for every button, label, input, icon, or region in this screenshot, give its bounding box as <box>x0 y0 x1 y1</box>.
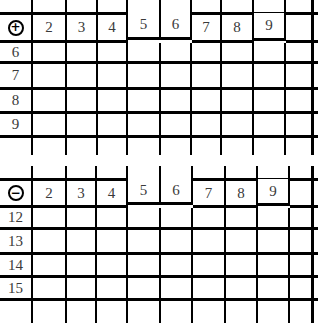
grid-cell-empty <box>128 301 161 323</box>
subtraction-col-header-2: 2 <box>33 181 67 208</box>
addition-answer-cell-9-2[interactable] <box>33 114 67 138</box>
addition-answer-cell-7-5[interactable] <box>128 64 161 90</box>
grid-cell-empty <box>286 138 314 155</box>
grid-cell-empty <box>193 166 226 181</box>
grid-cell-empty <box>67 166 97 181</box>
grid-cell-empty <box>222 138 254 155</box>
addition-answer-cell-7-4[interactable] <box>98 64 128 90</box>
addition-col-header-3: 3 <box>67 15 98 43</box>
addition-col-header-4: 4 <box>98 15 128 43</box>
addition-answer-cell-6-9[interactable] <box>254 43 286 64</box>
grid-cell-empty <box>161 301 193 323</box>
subtraction-col-header-9: 9 <box>258 179 290 206</box>
grid-cell-empty <box>226 301 258 323</box>
subtraction-answer-cell-15-7[interactable] <box>193 278 226 301</box>
grid-cell-empty <box>0 138 33 155</box>
grid-cell-empty <box>314 90 318 114</box>
grid-cell-empty <box>33 0 67 15</box>
subtraction-answer-cell-12-7[interactable] <box>193 208 226 230</box>
subtraction-col-header-7: 7 <box>193 181 226 208</box>
subtraction-answer-cell-12-4[interactable] <box>97 208 128 230</box>
subtraction-answer-cell-12-8[interactable] <box>226 208 258 230</box>
grid-cell-empty <box>286 43 314 64</box>
addition-answer-cell-6-4[interactable] <box>98 43 128 64</box>
grid-cell-empty <box>290 166 314 181</box>
grid-cell-empty <box>97 301 128 323</box>
grid-cell-empty <box>98 138 128 155</box>
addition-answer-cell-9-5[interactable] <box>128 114 161 138</box>
subtraction-col-header-4: 4 <box>97 181 128 208</box>
addition-answer-cell-7-9[interactable] <box>254 64 286 90</box>
subtraction-answer-cell-12-2[interactable] <box>33 208 67 230</box>
addition-answer-cell-6-8[interactable] <box>222 43 254 64</box>
addition-answer-cell-6-5[interactable] <box>128 43 161 64</box>
grid-cell-empty <box>314 15 318 43</box>
addition-answer-cell-8-7[interactable] <box>192 90 222 114</box>
subtraction-answer-cell-14-8[interactable] <box>226 255 258 278</box>
subtraction-row-header-14: 14 <box>0 255 33 278</box>
addition-answer-cell-8-4[interactable] <box>98 90 128 114</box>
grid-cell-empty <box>314 301 318 323</box>
subtraction-answer-cell-14-5[interactable] <box>128 255 161 278</box>
addition-answer-cell-8-3[interactable] <box>67 90 98 114</box>
addition-row-header-6: 6 <box>0 43 33 64</box>
subtraction-col-header-5: 5 <box>128 178 161 205</box>
subtraction-row-header-15: 15 <box>0 278 33 301</box>
grid-cell-empty <box>254 138 286 155</box>
grid-cell-empty <box>192 138 222 155</box>
grid-cell-empty <box>98 0 128 15</box>
subtraction-answer-cell-15-4[interactable] <box>97 278 128 301</box>
addition-col-header-9: 9 <box>254 13 286 41</box>
addition-answer-cell-8-9[interactable] <box>254 90 286 114</box>
grid-cell-empty <box>67 0 98 15</box>
addition-col-header-5: 5 <box>128 12 161 40</box>
worksheet: +234567896789 −2345678912131415 <box>0 0 318 323</box>
subtraction-answer-cell-15-9[interactable] <box>258 278 290 301</box>
grid-cell-empty <box>314 255 318 278</box>
grid-cell-empty <box>286 0 314 15</box>
subtraction-table: −2345678912131415 <box>0 166 318 323</box>
addition-answer-cell-6-7[interactable] <box>192 43 222 64</box>
subtraction-answer-cell-14-2[interactable] <box>33 255 67 278</box>
grid-cell-empty <box>290 278 314 301</box>
grid-cell-empty <box>314 166 318 181</box>
subtraction-answer-cell-13-7[interactable] <box>193 230 226 255</box>
grid-cell-empty <box>258 301 290 323</box>
addition-row-header-9: 9 <box>0 114 33 138</box>
subtraction-answer-cell-14-4[interactable] <box>97 255 128 278</box>
grid-cell-empty <box>314 64 318 90</box>
addition-answer-cell-9-3[interactable] <box>67 114 98 138</box>
subtraction-row-header-13: 13 <box>0 230 33 255</box>
addition-answer-cell-7-6[interactable] <box>161 64 192 90</box>
subtraction-answer-cell-13-3[interactable] <box>67 230 97 255</box>
addition-answer-cell-8-6[interactable] <box>161 90 192 114</box>
grid-cell-empty <box>33 138 67 155</box>
grid-cell-empty <box>314 0 318 15</box>
grid-cell-empty <box>290 230 314 255</box>
subtraction-answer-cell-14-6[interactable] <box>161 255 193 278</box>
grid-cell-empty <box>161 138 192 155</box>
grid-cell-empty <box>290 301 314 323</box>
addition-col-header-6: 6 <box>161 12 192 40</box>
subtraction-col-header-8: 8 <box>226 181 258 208</box>
grid-cell-empty <box>290 255 314 278</box>
grid-cell-empty <box>0 166 33 181</box>
grid-cell-empty <box>226 166 258 181</box>
addition-table: +234567896789 <box>0 0 318 155</box>
subtraction-answer-cell-12-3[interactable] <box>67 208 97 230</box>
circled-minus-icon: − <box>8 185 24 201</box>
subtraction-answer-cell-12-9[interactable] <box>258 208 290 230</box>
addition-answer-cell-9-6[interactable] <box>161 114 192 138</box>
grid-cell-empty <box>290 208 314 230</box>
subtraction-answer-cell-15-3[interactable] <box>67 278 97 301</box>
addition-col-header-8: 8 <box>222 15 254 43</box>
addition-answer-cell-6-2[interactable] <box>33 43 67 64</box>
subtraction-answer-cell-15-5[interactable] <box>128 278 161 301</box>
subtraction-answer-cell-14-7[interactable] <box>193 255 226 278</box>
circled-plus-icon: + <box>8 20 24 36</box>
subtraction-answer-cell-15-6[interactable] <box>161 278 193 301</box>
grid-cell-empty <box>222 0 254 15</box>
grid-cell-empty <box>314 181 318 208</box>
subtraction-answer-cell-13-8[interactable] <box>226 230 258 255</box>
grid-cell-empty <box>314 43 318 64</box>
subtraction-answer-cell-13-5[interactable] <box>128 230 161 255</box>
addition-answer-cell-6-6[interactable] <box>161 43 192 64</box>
grid-cell-empty <box>314 278 318 301</box>
addition-answer-cell-8-2[interactable] <box>33 90 67 114</box>
addition-operator-cell: + <box>0 15 33 43</box>
grid-cell-empty <box>314 230 318 255</box>
addition-col-header-7: 7 <box>192 15 222 43</box>
grid-cell-empty <box>290 181 314 208</box>
grid-cell-empty <box>0 301 33 323</box>
addition-answer-cell-9-4[interactable] <box>98 114 128 138</box>
grid-cell-empty <box>314 114 318 138</box>
subtraction-col-header-6: 6 <box>161 178 193 205</box>
addition-answer-cell-6-3[interactable] <box>67 43 98 64</box>
grid-cell-empty <box>67 138 98 155</box>
grid-cell-empty <box>192 0 222 15</box>
subtraction-row-header-12: 12 <box>0 208 33 230</box>
addition-answer-cell-9-8[interactable] <box>222 114 254 138</box>
grid-cell-empty <box>128 138 161 155</box>
grid-cell-empty <box>286 64 314 90</box>
addition-answer-cell-7-3[interactable] <box>67 64 98 90</box>
grid-cell-empty <box>193 301 226 323</box>
grid-cell-empty <box>33 166 67 181</box>
subtraction-answer-cell-14-3[interactable] <box>67 255 97 278</box>
addition-answer-cell-9-9[interactable] <box>254 114 286 138</box>
grid-cell-empty <box>97 166 128 181</box>
addition-answer-cell-8-8[interactable] <box>222 90 254 114</box>
grid-cell-empty <box>33 301 67 323</box>
addition-answer-cell-7-2[interactable] <box>33 64 67 90</box>
subtraction-answer-cell-14-9[interactable] <box>258 255 290 278</box>
subtraction-operator-cell: − <box>0 181 33 208</box>
subtraction-answer-cell-13-2[interactable] <box>33 230 67 255</box>
subtraction-answer-cell-15-8[interactable] <box>226 278 258 301</box>
addition-row-header-7: 7 <box>0 64 33 90</box>
subtraction-answer-cell-15-2[interactable] <box>33 278 67 301</box>
subtraction-answer-cell-13-9[interactable] <box>258 230 290 255</box>
addition-answer-cell-7-8[interactable] <box>222 64 254 90</box>
subtraction-answer-cell-13-6[interactable] <box>161 230 193 255</box>
grid-cell-empty <box>286 90 314 114</box>
subtraction-col-header-3: 3 <box>67 181 97 208</box>
grid-cell-empty <box>0 0 33 15</box>
addition-answer-cell-7-7[interactable] <box>192 64 222 90</box>
addition-row-header-8: 8 <box>0 90 33 114</box>
subtraction-answer-cell-12-5[interactable] <box>128 208 161 230</box>
addition-answer-cell-9-7[interactable] <box>192 114 222 138</box>
subtraction-answer-cell-13-4[interactable] <box>97 230 128 255</box>
grid-cell-empty <box>286 15 314 43</box>
grid-cell-empty <box>286 114 314 138</box>
grid-cell-empty <box>67 301 97 323</box>
grid-cell-empty <box>314 138 318 155</box>
addition-answer-cell-8-5[interactable] <box>128 90 161 114</box>
grid-cell-empty <box>314 208 318 230</box>
addition-col-header-2: 2 <box>33 15 67 43</box>
subtraction-answer-cell-12-6[interactable] <box>161 208 193 230</box>
